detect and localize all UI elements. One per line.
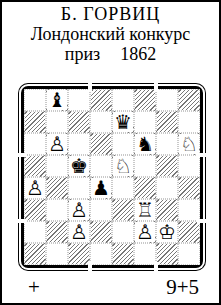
square-h5 [178,155,200,177]
square-g2: ♔ [156,221,178,243]
square-a5 [24,155,46,177]
square-f8 [134,89,156,111]
square-c4 [68,177,90,199]
detail-line: приз 1862 [2,44,219,64]
square-d1 [90,243,112,265]
square-h8 [178,89,200,111]
square-e4 [112,177,134,199]
square-c5: ♚ [68,155,90,177]
square-b5 [46,155,68,177]
square-f1 [134,243,156,265]
piece-white-pawn: ♙ [135,222,155,242]
square-e3 [112,199,134,221]
square-g4 [156,177,178,199]
piece-white-rook: ♖ [135,200,155,220]
square-b6: ♙ [46,133,68,155]
square-d6 [90,133,112,155]
piece-black-king: ♚ [69,156,89,176]
square-b4 [46,177,68,199]
square-a8 [24,89,46,111]
square-f2: ♙ [134,221,156,243]
square-d8 [90,89,112,111]
piece-white-pawn: ♙ [47,134,67,154]
square-f6: ♞ [134,133,156,155]
square-e2 [112,221,134,243]
border-notch [18,153,27,157]
square-a6 [24,133,46,155]
square-e7: ♛ [112,111,134,133]
border-notch [154,83,158,92]
border-notch [197,153,206,157]
square-h1 [178,243,200,265]
piece-white-knight: ♘ [113,156,133,176]
piece-black-queen: ♛ [113,112,133,132]
square-g1 [156,243,178,265]
square-g6 [156,133,178,155]
diagram-header: Б. ГОРВИЦ Лондонский конкурс приз 1862 [2,2,219,64]
square-a3 [24,199,46,221]
square-b8: ♝ [46,89,68,111]
border-notch [88,262,92,271]
square-a1 [24,243,46,265]
square-c1 [68,243,90,265]
diagram-page: Б. ГОРВИЦ Лондонский конкурс приз 1862 ♝… [0,0,221,305]
piece-white-knight: ♘ [179,134,199,154]
square-f7 [134,111,156,133]
piece-white-pawn: ♙ [25,178,45,198]
square-b7 [46,111,68,133]
square-f4 [134,177,156,199]
square-d4: ♟ [90,177,112,199]
square-g3 [156,199,178,221]
square-g7 [156,111,178,133]
square-f3: ♖ [134,199,156,221]
square-d2 [90,221,112,243]
square-c6 [68,133,90,155]
square-h3 [178,199,200,221]
year-label: 1862 [120,44,156,64]
square-e6 [112,133,134,155]
border-notch [197,219,206,223]
square-h6: ♘ [178,133,200,155]
square-b2 [46,221,68,243]
diagram-footer: + 9+5 [2,274,219,300]
square-c7 [68,111,90,133]
piece-white-king: ♔ [157,222,177,242]
author-line: Б. ГОРВИЦ [2,4,219,24]
piece-white-pawn: ♙ [69,200,89,220]
border-notch [88,83,92,92]
material-count: 9+5 [166,274,199,300]
stipulation-symbol: + [28,274,40,300]
square-d5 [90,155,112,177]
piece-black-knight: ♞ [135,134,155,154]
square-d3 [90,199,112,221]
square-h4 [178,177,200,199]
square-d7 [90,111,112,133]
square-e8 [112,89,134,111]
square-a7 [24,111,46,133]
square-c8 [68,89,90,111]
piece-white-pawn: ♙ [69,222,89,242]
square-f5 [134,155,156,177]
square-c2: ♙ [68,221,90,243]
square-c3: ♙ [68,199,90,221]
square-e1 [112,243,134,265]
chess-board-grid: ♝♛♙♞♘♚♘♙♟♙♖♙♙♔ [24,89,200,265]
square-b3 [46,199,68,221]
piece-black-pawn: ♟ [91,178,111,198]
square-h7 [178,111,200,133]
square-a4: ♙ [24,177,46,199]
square-b1 [46,243,68,265]
piece-black-bishop: ♝ [47,90,67,110]
event-line: Лондонский конкурс [2,24,219,44]
square-a2 [24,221,46,243]
chess-board: ♝♛♙♞♘♚♘♙♟♙♖♙♙♔ [21,86,203,268]
square-e5: ♘ [112,155,134,177]
square-h2 [178,221,200,243]
square-g8 [156,89,178,111]
border-notch [154,262,158,271]
square-g5 [156,155,178,177]
prize-label: приз [65,44,100,64]
border-notch [18,219,27,223]
